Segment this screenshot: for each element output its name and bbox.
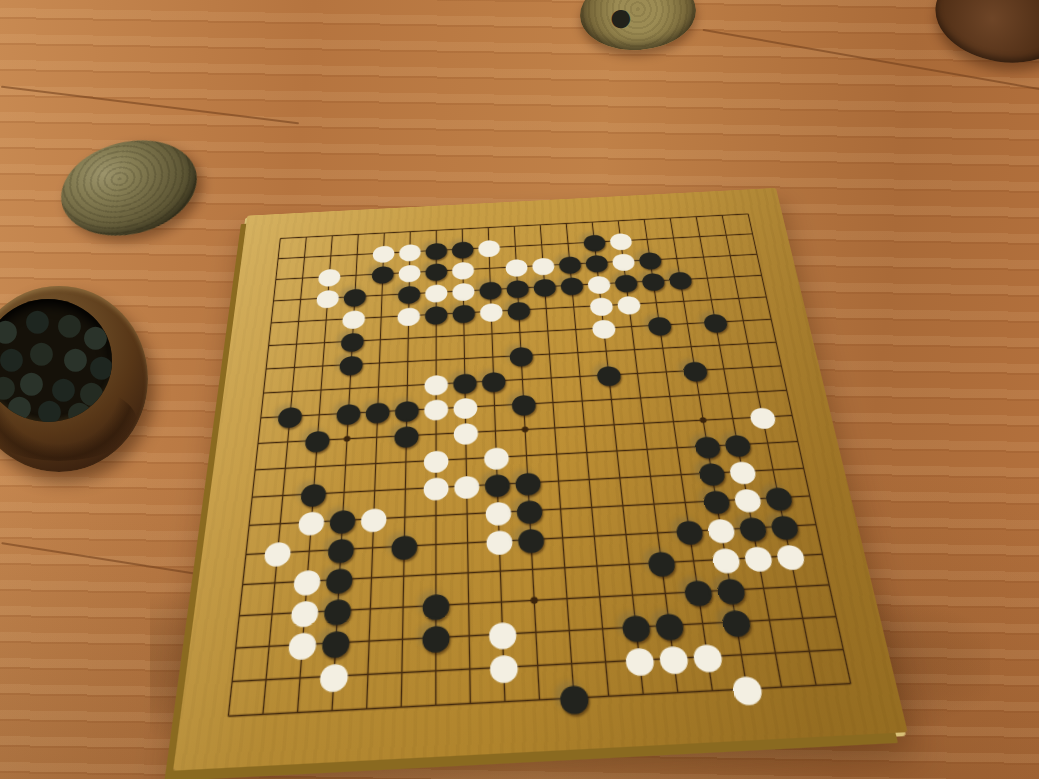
intersection-c17r8[interactable] xyxy=(707,356,740,382)
intersection-c5r8[interactable] xyxy=(364,374,394,400)
intersection-c14r14[interactable] xyxy=(640,518,675,549)
intersection-c1r17[interactable] xyxy=(217,631,254,666)
intersection-c4r15[interactable]: ● xyxy=(322,564,356,596)
intersection-c3r10[interactable]: ● xyxy=(301,427,333,455)
intersection-c4r3[interactable] xyxy=(342,264,370,286)
intersection-c7r5[interactable]: ● xyxy=(422,303,450,327)
intersection-c14r18[interactable]: ● xyxy=(655,641,693,676)
intersection-c9r14[interactable]: ● xyxy=(483,526,516,557)
intersection-c10r11[interactable] xyxy=(511,442,543,470)
intersection-c12r12[interactable] xyxy=(573,465,606,494)
intersection-c1r5[interactable] xyxy=(256,311,286,335)
intersection-c7r4[interactable]: ● xyxy=(423,281,450,304)
intersection-c5r5[interactable] xyxy=(367,305,395,329)
intersection-c5r4[interactable] xyxy=(368,284,396,307)
intersection-c2r16[interactable] xyxy=(254,598,290,631)
intersection-c14r5[interactable]: ● xyxy=(614,293,644,317)
intersection-c15r8[interactable] xyxy=(650,359,682,385)
intersection-c11r2[interactable] xyxy=(528,234,556,256)
intersection-c3r16[interactable]: ● xyxy=(287,596,322,629)
intersection-c14r11[interactable] xyxy=(630,435,664,463)
intersection-c5r15[interactable] xyxy=(355,562,388,594)
intersection-c15r17[interactable] xyxy=(684,607,722,641)
intersection-c15r13[interactable] xyxy=(668,488,703,518)
intersection-c5r1[interactable] xyxy=(371,222,398,243)
intersection-c7r11[interactable]: ● xyxy=(421,446,451,474)
intersection-c14r13[interactable] xyxy=(637,489,672,519)
intersection-c19r18[interactable] xyxy=(823,632,864,667)
intersection-c14r6[interactable] xyxy=(616,315,647,339)
intersection-c7r13[interactable] xyxy=(420,501,451,531)
intersection-c4r7[interactable]: ● xyxy=(336,352,366,377)
intersection-c3r18[interactable] xyxy=(282,660,318,696)
intersection-c8r14[interactable] xyxy=(452,527,484,558)
intersection-c1r14[interactable] xyxy=(228,539,263,570)
intersection-c15r1[interactable] xyxy=(630,209,659,230)
intersection-c8r10[interactable]: ● xyxy=(451,419,481,446)
intersection-c5r19[interactable] xyxy=(349,691,385,728)
intersection-c10r4[interactable]: ● xyxy=(504,277,532,300)
intersection-c3r1[interactable] xyxy=(318,225,345,246)
intersection-c3r11[interactable] xyxy=(299,453,331,481)
intersection-c16r11[interactable]: ● xyxy=(690,432,724,460)
intersection-c14r4[interactable]: ● xyxy=(611,271,641,294)
intersection-c2r5[interactable] xyxy=(284,310,314,334)
intersection-c2r18[interactable] xyxy=(247,662,284,698)
intersection-c8r3[interactable]: ● xyxy=(450,259,477,281)
intersection-c12r10[interactable] xyxy=(569,413,601,440)
intersection-c4r2[interactable] xyxy=(343,244,370,266)
intersection-c8r8[interactable]: ● xyxy=(450,370,479,396)
intersection-c4r9[interactable]: ● xyxy=(333,400,364,427)
intersection-c1r8[interactable] xyxy=(248,380,279,406)
intersection-c14r3[interactable]: ● xyxy=(609,250,638,272)
intersection-c7r12[interactable]: ● xyxy=(421,473,452,502)
intersection-c5r16[interactable] xyxy=(353,592,387,625)
intersection-c10r17[interactable] xyxy=(519,615,554,649)
intersection-c3r15[interactable]: ● xyxy=(290,565,324,597)
intersection-c17r6[interactable]: ● xyxy=(699,310,731,334)
intersection-c7r2[interactable]: ● xyxy=(423,240,450,262)
intersection-c15r3[interactable]: ● xyxy=(635,249,665,271)
intersection-c10r14[interactable]: ● xyxy=(514,524,547,555)
intersection-c2r10[interactable] xyxy=(272,428,304,456)
intersection-c3r17[interactable]: ● xyxy=(284,627,320,662)
intersection-c13r5[interactable]: ● xyxy=(586,294,616,318)
intersection-c13r14[interactable] xyxy=(609,519,644,550)
intersection-c1r4[interactable] xyxy=(259,289,288,312)
intersection-c1r11[interactable] xyxy=(238,456,271,484)
intersection-c5r13[interactable]: ● xyxy=(357,504,389,534)
intersection-c1r2[interactable] xyxy=(264,248,293,270)
intersection-c9r16[interactable] xyxy=(485,586,519,619)
intersection-c14r17[interactable]: ● xyxy=(651,608,688,642)
intersection-c16r16[interactable]: ● xyxy=(712,574,750,607)
go-bowl-black-stones[interactable]: ●●●●●●●●●●●●●●● xyxy=(0,286,148,472)
intersection-c3r2[interactable] xyxy=(317,245,345,267)
intersection-c8r7[interactable] xyxy=(450,346,479,371)
intersection-c12r17[interactable] xyxy=(585,612,621,646)
intersection-c4r5[interactable]: ● xyxy=(339,307,368,331)
intersection-c11r11[interactable] xyxy=(541,440,573,468)
intersection-c9r17[interactable]: ● xyxy=(485,617,520,651)
bowl-lid-with-stones[interactable]: ●● xyxy=(578,0,699,54)
intersection-c6r16[interactable] xyxy=(386,591,419,624)
intersection-c17r10[interactable] xyxy=(716,405,750,432)
intersection-c6r17[interactable] xyxy=(385,622,419,656)
intersection-c16r14[interactable]: ● xyxy=(703,514,739,545)
intersection-c10r9[interactable]: ● xyxy=(509,391,540,418)
intersection-c19r11[interactable] xyxy=(780,428,816,456)
intersection-c9r8[interactable]: ● xyxy=(479,368,509,394)
intersection-c8r4[interactable]: ● xyxy=(450,280,477,303)
intersection-c2r13[interactable] xyxy=(263,509,297,539)
intersection-c4r10[interactable] xyxy=(331,425,362,452)
intersection-c16r10[interactable] xyxy=(686,407,720,434)
intersection-c6r10[interactable]: ● xyxy=(391,422,421,449)
intersection-c15r5[interactable] xyxy=(641,291,672,314)
intersection-c9r11[interactable]: ● xyxy=(481,443,512,471)
intersection-c7r15[interactable] xyxy=(420,559,452,591)
intersection-c8r1[interactable] xyxy=(449,218,475,239)
intersection-c12r19[interactable] xyxy=(590,678,628,715)
intersection-c11r5[interactable] xyxy=(532,297,561,321)
intersection-c9r15[interactable] xyxy=(484,555,517,587)
intersection-c9r6[interactable] xyxy=(478,322,507,346)
intersection-c17r4[interactable] xyxy=(692,267,723,290)
intersection-c4r16[interactable]: ● xyxy=(320,594,355,627)
intersection-c1r13[interactable] xyxy=(232,510,266,540)
intersection-c9r18[interactable]: ● xyxy=(486,650,521,686)
intersection-c16r7[interactable] xyxy=(675,334,707,359)
intersection-c11r9[interactable] xyxy=(538,389,569,416)
intersection-c1r1[interactable] xyxy=(266,228,294,249)
intersection-c19r13[interactable] xyxy=(791,481,828,511)
intersection-c13r17[interactable]: ● xyxy=(618,610,655,644)
intersection-c7r7[interactable] xyxy=(422,348,451,373)
intersection-c12r6[interactable] xyxy=(561,317,591,341)
intersection-c6r1[interactable] xyxy=(397,221,423,242)
intersection-c6r9[interactable]: ● xyxy=(392,397,422,424)
intersection-c10r16[interactable] xyxy=(517,584,551,617)
intersection-c7r14[interactable] xyxy=(420,529,452,560)
intersection-c19r3[interactable] xyxy=(741,243,772,265)
intersection-c13r16[interactable] xyxy=(615,579,651,612)
intersection-c6r19[interactable] xyxy=(383,689,418,726)
intersection-c8r16[interactable] xyxy=(452,587,485,620)
intersection-c13r10[interactable] xyxy=(598,411,630,438)
intersection-c10r3[interactable]: ● xyxy=(503,256,531,278)
intersection-c9r4[interactable]: ● xyxy=(477,278,505,301)
intersection-c1r15[interactable] xyxy=(225,569,261,601)
intersection-c13r11[interactable] xyxy=(601,437,634,465)
intersection-c15r15[interactable] xyxy=(675,545,712,577)
intersection-c15r18[interactable]: ● xyxy=(688,639,727,674)
intersection-c10r19[interactable] xyxy=(521,682,557,719)
intersection-c8r12[interactable]: ● xyxy=(451,471,482,500)
intersection-c7r16[interactable]: ● xyxy=(419,589,452,622)
intersection-c2r1[interactable] xyxy=(292,227,320,248)
intersection-c8r5[interactable]: ● xyxy=(450,301,478,325)
intersection-c6r8[interactable] xyxy=(393,373,422,399)
intersection-c17r2[interactable] xyxy=(685,226,715,248)
intersection-c9r9[interactable] xyxy=(480,392,510,419)
intersection-c11r12[interactable] xyxy=(542,467,575,496)
intersection-c17r5[interactable] xyxy=(696,288,728,311)
intersection-c11r15[interactable] xyxy=(548,552,582,584)
intersection-c6r12[interactable] xyxy=(390,475,421,504)
intersection-c5r11[interactable] xyxy=(360,450,391,478)
intersection-c14r19[interactable] xyxy=(659,674,698,711)
intersection-c4r4[interactable]: ● xyxy=(341,285,369,308)
intersection-c2r7[interactable] xyxy=(279,355,309,380)
intersection-c1r16[interactable] xyxy=(221,599,257,632)
intersection-c12r14[interactable] xyxy=(577,521,611,552)
intersection-c16r19[interactable]: ● xyxy=(727,671,767,708)
intersection-c12r16[interactable] xyxy=(582,580,618,613)
intersection-c4r8[interactable] xyxy=(335,376,365,402)
intersection-c1r6[interactable] xyxy=(253,333,283,357)
intersection-c5r9[interactable]: ● xyxy=(362,399,392,426)
intersection-c8r17[interactable] xyxy=(452,619,486,653)
intersection-c16r12[interactable]: ● xyxy=(694,459,729,488)
intersection-c12r13[interactable] xyxy=(575,493,609,523)
intersection-c13r12[interactable] xyxy=(603,464,637,493)
intersection-c14r2[interactable]: ● xyxy=(606,230,635,252)
intersection-c6r15[interactable] xyxy=(387,560,420,592)
intersection-c6r18[interactable] xyxy=(384,655,419,691)
intersection-c15r9[interactable] xyxy=(654,383,687,409)
intersection-c6r5[interactable]: ● xyxy=(395,304,423,328)
upturned-bowl-lid[interactable] xyxy=(51,127,207,250)
intersection-c12r15[interactable] xyxy=(580,550,615,582)
intersection-c15r6[interactable]: ● xyxy=(644,313,675,337)
intersection-c6r2[interactable]: ● xyxy=(396,241,423,263)
intersection-c4r19[interactable] xyxy=(314,692,351,729)
intersection-c12r3[interactable]: ● xyxy=(556,253,585,275)
intersection-c16r3[interactable] xyxy=(662,247,692,269)
intersection-c5r6[interactable] xyxy=(366,328,395,352)
intersection-c11r13[interactable] xyxy=(544,494,577,524)
intersection-c19r4[interactable] xyxy=(746,264,778,287)
intersection-c7r10[interactable] xyxy=(421,421,451,448)
intersection-c12r8[interactable] xyxy=(565,364,596,390)
intersection-c10r8[interactable] xyxy=(508,367,538,393)
intersection-c9r3[interactable] xyxy=(476,257,503,279)
intersection-c4r1[interactable] xyxy=(345,224,372,245)
intersection-c7r19[interactable] xyxy=(418,687,453,724)
intersection-c13r1[interactable] xyxy=(578,212,606,233)
intersection-c3r6[interactable] xyxy=(310,331,340,355)
intersection-c12r2[interactable] xyxy=(554,233,582,255)
intersection-c11r18[interactable] xyxy=(554,646,590,682)
intersection-c8r19[interactable] xyxy=(453,685,488,722)
intersection-c15r2[interactable] xyxy=(633,229,662,251)
intersection-c13r3[interactable]: ● xyxy=(582,252,611,274)
intersection-c11r4[interactable]: ● xyxy=(530,275,559,298)
intersection-c8r11[interactable] xyxy=(451,445,482,473)
intersection-c14r12[interactable] xyxy=(634,462,668,491)
intersection-c10r5[interactable]: ● xyxy=(504,298,533,322)
intersection-c8r9[interactable]: ● xyxy=(451,394,481,421)
intersection-c12r11[interactable] xyxy=(571,439,604,467)
intersection-c5r10[interactable] xyxy=(361,424,392,451)
intersection-c19r6[interactable] xyxy=(755,307,788,331)
intersection-c10r18[interactable] xyxy=(520,648,556,684)
intersection-c8r15[interactable] xyxy=(452,557,485,589)
intersection-c3r4[interactable]: ● xyxy=(313,287,342,310)
intersection-c2r11[interactable] xyxy=(269,454,302,482)
intersection-c7r1[interactable] xyxy=(423,220,449,241)
intersection-c11r19[interactable]: ● xyxy=(556,680,593,717)
intersection-c3r8[interactable] xyxy=(306,377,337,403)
intersection-c2r15[interactable] xyxy=(257,567,292,599)
intersection-c13r4[interactable]: ● xyxy=(584,272,613,295)
intersection-c17r7[interactable] xyxy=(703,333,736,358)
intersection-c19r17[interactable] xyxy=(816,600,856,634)
intersection-c12r18[interactable] xyxy=(587,644,624,679)
intersection-c16r9[interactable] xyxy=(683,382,716,408)
intersection-c11r10[interactable] xyxy=(539,414,571,441)
intersection-c5r14[interactable] xyxy=(356,532,389,563)
intersection-c16r15[interactable]: ● xyxy=(707,543,744,575)
intersection-c7r6[interactable] xyxy=(422,325,450,349)
intersection-c9r13[interactable]: ● xyxy=(482,497,514,527)
intersection-c19r19[interactable] xyxy=(830,665,872,702)
intersection-c15r4[interactable]: ● xyxy=(638,270,668,293)
intersection-c10r12[interactable]: ● xyxy=(512,468,544,497)
intersection-c11r16[interactable] xyxy=(550,582,585,615)
intersection-c9r2[interactable]: ● xyxy=(476,237,503,259)
intersection-c2r14[interactable]: ● xyxy=(260,537,294,568)
intersection-c3r3[interactable]: ● xyxy=(315,266,343,288)
intersection-c10r1[interactable] xyxy=(501,216,528,237)
intersection-c2r9[interactable]: ● xyxy=(274,403,306,430)
intersection-c6r6[interactable] xyxy=(394,326,422,350)
intersection-c8r6[interactable] xyxy=(450,323,478,347)
intersection-c1r10[interactable] xyxy=(242,430,275,458)
intersection-c8r2[interactable]: ● xyxy=(449,238,476,260)
intersection-c13r6[interactable]: ● xyxy=(589,316,619,340)
intersection-c6r4[interactable]: ● xyxy=(395,282,423,305)
intersection-c5r12[interactable] xyxy=(359,476,391,505)
intersection-c12r5[interactable] xyxy=(559,295,588,319)
intersection-c11r1[interactable] xyxy=(527,214,554,235)
intersection-c19r12[interactable] xyxy=(786,454,823,483)
intersection-c10r7[interactable]: ● xyxy=(506,343,536,368)
intersection-c16r2[interactable] xyxy=(659,227,689,249)
intersection-c19r5[interactable] xyxy=(750,285,782,308)
intersection-c14r16[interactable] xyxy=(647,577,684,610)
intersection-c10r6[interactable] xyxy=(505,320,534,344)
intersection-c5r7[interactable] xyxy=(365,351,394,376)
intersection-c6r11[interactable] xyxy=(390,448,421,476)
intersection-c3r13[interactable]: ● xyxy=(295,507,328,537)
intersection-c19r15[interactable] xyxy=(803,538,842,570)
intersection-c5r18[interactable] xyxy=(350,657,385,693)
intersection-c2r6[interactable] xyxy=(281,332,311,356)
intersection-c3r9[interactable] xyxy=(304,402,335,429)
intersection-c8r18[interactable] xyxy=(453,651,488,687)
intersection-c11r6[interactable] xyxy=(533,319,563,343)
intersection-c1r9[interactable] xyxy=(245,405,277,432)
intersection-c14r7[interactable] xyxy=(619,337,650,362)
intersection-c9r7[interactable] xyxy=(478,345,507,370)
intersection-c10r13[interactable]: ● xyxy=(513,496,546,526)
intersection-c11r17[interactable] xyxy=(552,614,588,648)
intersection-c17r1[interactable] xyxy=(682,206,712,227)
intersection-c1r12[interactable] xyxy=(235,483,269,512)
intersection-c4r17[interactable]: ● xyxy=(318,626,353,661)
intersection-c16r17[interactable]: ● xyxy=(717,605,756,639)
intersection-c15r19[interactable] xyxy=(693,673,733,710)
intersection-c17r3[interactable] xyxy=(688,246,719,268)
intersection-c15r10[interactable] xyxy=(657,408,690,435)
intersection-c6r3[interactable]: ● xyxy=(396,261,423,283)
intersection-c2r2[interactable] xyxy=(290,246,318,268)
intersection-c4r6[interactable]: ● xyxy=(338,329,367,353)
intersection-c15r7[interactable] xyxy=(647,336,679,361)
intersection-c2r19[interactable] xyxy=(244,696,282,733)
intersection-c14r10[interactable] xyxy=(627,410,660,437)
intersection-c17r9[interactable] xyxy=(712,380,746,406)
intersection-c16r4[interactable]: ● xyxy=(665,268,696,291)
intersection-c19r14[interactable] xyxy=(797,509,835,540)
intersection-c7r17[interactable]: ● xyxy=(419,621,453,655)
intersection-c11r7[interactable] xyxy=(535,342,565,367)
intersection-c3r12[interactable]: ● xyxy=(297,479,330,508)
intersection-c9r19[interactable] xyxy=(487,683,523,720)
intersection-c16r13[interactable]: ● xyxy=(699,486,735,516)
intersection-c7r8[interactable]: ● xyxy=(422,371,451,397)
intersection-c4r14[interactable]: ● xyxy=(324,534,357,565)
intersection-c5r2[interactable]: ● xyxy=(370,242,397,264)
intersection-c6r7[interactable] xyxy=(393,349,422,374)
intersection-c9r5[interactable]: ● xyxy=(477,300,505,324)
intersection-c15r11[interactable] xyxy=(660,434,694,462)
intersection-c10r10[interactable] xyxy=(510,416,541,443)
intersection-c15r12[interactable] xyxy=(664,460,699,489)
intersection-c9r1[interactable] xyxy=(475,217,502,238)
intersection-c11r3[interactable]: ● xyxy=(529,254,557,276)
intersection-c19r9[interactable] xyxy=(769,377,804,403)
intersection-c13r15[interactable] xyxy=(612,549,647,581)
intersection-c11r8[interactable] xyxy=(536,365,567,391)
intersection-c19r7[interactable] xyxy=(760,330,793,355)
intersection-c18r1[interactable] xyxy=(707,205,737,226)
intersection-c6r13[interactable] xyxy=(389,502,421,532)
intersection-c4r13[interactable]: ● xyxy=(326,505,359,535)
intersection-c12r4[interactable]: ● xyxy=(557,274,586,297)
intersection-c2r3[interactable] xyxy=(288,267,317,289)
intersection-c14r8[interactable] xyxy=(622,361,654,387)
intersection-c16r6[interactable] xyxy=(672,312,704,336)
intersection-c5r3[interactable]: ● xyxy=(369,263,397,285)
intersection-c12r1[interactable] xyxy=(552,213,580,234)
intersection-c13r19[interactable] xyxy=(624,676,662,713)
intersection-c8r13[interactable] xyxy=(451,499,483,529)
intersection-c19r8[interactable] xyxy=(764,353,798,379)
intersection-c13r7[interactable] xyxy=(591,339,622,364)
intersection-c4r12[interactable] xyxy=(328,478,360,507)
intersection-c6r14[interactable]: ● xyxy=(388,531,420,562)
intersection-c13r8[interactable]: ● xyxy=(593,362,624,388)
intersection-c7r18[interactable] xyxy=(419,653,453,689)
intersection-c16r5[interactable] xyxy=(668,290,699,313)
intersection-c10r15[interactable] xyxy=(516,554,550,586)
intersection-c4r18[interactable]: ● xyxy=(316,658,352,694)
intersection-c1r7[interactable] xyxy=(251,356,282,381)
